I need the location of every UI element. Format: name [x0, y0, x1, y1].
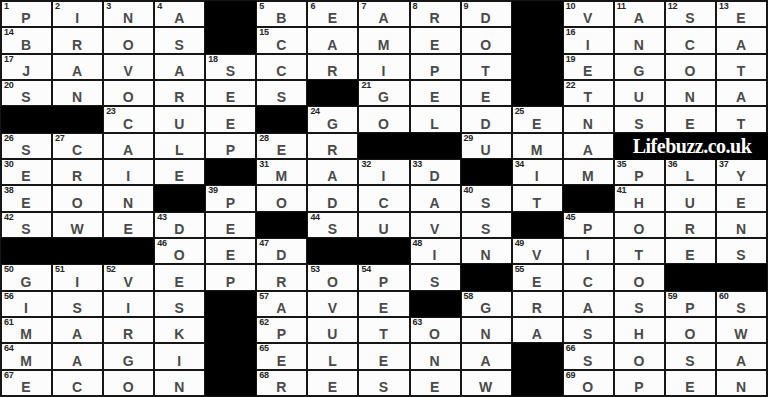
cell-r7c2[interactable]: R — [52, 159, 103, 185]
cell-r13c8[interactable]: T — [358, 317, 409, 343]
cell-letter: A — [513, 326, 562, 342]
cell-r3c8[interactable]: I — [358, 54, 409, 80]
cell-r5c12[interactable]: N — [563, 106, 614, 132]
cell-r10c6[interactable]: 47D — [256, 238, 307, 264]
cell-letter: T — [462, 63, 511, 79]
cell-letter: A — [615, 10, 664, 26]
cell-r4c15[interactable]: A — [716, 80, 767, 106]
cell-r4c13[interactable]: U — [614, 80, 665, 106]
cell-r14c10[interactable]: A — [461, 343, 512, 369]
cell-letter: S — [411, 274, 460, 290]
cell-r1c1[interactable]: 1P — [1, 1, 52, 27]
cell-letter: E — [308, 379, 357, 395]
cell-letter: A — [717, 89, 766, 105]
cell-letter: T — [359, 326, 408, 342]
cell-r5c8[interactable]: O — [358, 106, 409, 132]
cell-r10c12[interactable]: I — [563, 238, 614, 264]
cell-letter: O — [615, 353, 664, 369]
cell-r6c6[interactable]: 28E — [256, 133, 307, 159]
cell-r6c3[interactable]: A — [103, 133, 154, 159]
cell-letter: G — [615, 63, 664, 79]
cell-letter: T — [717, 116, 766, 132]
cell-letter: O — [53, 195, 102, 211]
cell-r12c10[interactable]: 58G — [461, 291, 512, 317]
cell-letter: I — [564, 37, 613, 53]
black-cell-r9c6 — [256, 212, 307, 238]
cell-r7c3[interactable]: I — [103, 159, 154, 185]
cell-r7c9[interactable]: 33D — [410, 159, 461, 185]
cell-r10c11[interactable]: 49V — [512, 238, 563, 264]
cell-r11c9[interactable]: S — [410, 264, 461, 290]
cell-r10c9[interactable]: 48I — [410, 238, 461, 264]
cell-r15c13[interactable]: P — [614, 370, 665, 396]
cell-r1c2[interactable]: 2I — [52, 1, 103, 27]
cell-r11c11[interactable]: 55E — [512, 264, 563, 290]
cell-letter: O — [104, 379, 153, 395]
cell-r7c13[interactable]: 35P — [614, 159, 665, 185]
cell-letter: T — [513, 195, 562, 211]
cell-r9c12[interactable]: 45P — [563, 212, 614, 238]
cell-r3c6[interactable]: C — [256, 54, 307, 80]
cell-r15c14[interactable]: E — [665, 370, 716, 396]
cell-letter: N — [717, 379, 766, 395]
cell-r3c1[interactable]: 17J — [1, 54, 52, 80]
cell-letter: W — [717, 326, 766, 342]
cell-r11c6[interactable]: R — [256, 264, 307, 290]
cell-letter: E — [666, 247, 715, 263]
cell-r15c3[interactable]: O — [103, 370, 154, 396]
cell-r14c6[interactable]: 65E — [256, 343, 307, 369]
cell-r3c15[interactable]: T — [716, 54, 767, 80]
cell-r6c5[interactable]: P — [205, 133, 256, 159]
cell-r1c8[interactable]: 7A — [358, 1, 409, 27]
cell-r14c12[interactable]: 66S — [563, 343, 614, 369]
cell-r1c4[interactable]: 4A — [154, 1, 205, 27]
cell-letter: A — [717, 353, 766, 369]
cell-letter: C — [257, 37, 306, 53]
cell-r9c13[interactable]: O — [614, 212, 665, 238]
black-cell-r11c14 — [665, 264, 716, 290]
cell-r11c2[interactable]: 51I — [52, 264, 103, 290]
cell-letter: E — [2, 168, 51, 184]
cell-letter: E — [206, 89, 255, 105]
cell-r11c7[interactable]: 53O — [307, 264, 358, 290]
cell-letter: M — [2, 353, 51, 369]
cell-letter: N — [104, 10, 153, 26]
cell-letter: E — [206, 116, 255, 132]
cell-r4c5[interactable]: E — [205, 80, 256, 106]
cell-r2c6[interactable]: 15C — [256, 27, 307, 53]
cell-r1c3[interactable]: 3N — [103, 1, 154, 27]
cell-r5c4[interactable]: U — [154, 106, 205, 132]
cell-r13c7[interactable]: U — [307, 317, 358, 343]
cell-r8c10[interactable]: 40S — [461, 185, 512, 211]
cell-r2c15[interactable]: A — [716, 27, 767, 53]
cell-r6c7[interactable]: R — [307, 133, 358, 159]
cell-r11c3[interactable]: 52V — [103, 264, 154, 290]
black-cell-r10c3 — [103, 238, 154, 264]
cell-letter: L — [666, 168, 715, 184]
cell-r15c4[interactable]: N — [154, 370, 205, 396]
cell-letter: O — [104, 89, 153, 105]
cell-r9c7[interactable]: 44S — [307, 212, 358, 238]
cell-letter: C — [104, 116, 153, 132]
cell-r11c12[interactable]: C — [563, 264, 614, 290]
cell-letter: A — [53, 353, 102, 369]
cell-r15c2[interactable]: C — [52, 370, 103, 396]
cell-letter: R — [257, 379, 306, 395]
cell-r8c6[interactable]: O — [256, 185, 307, 211]
cell-r5c11[interactable]: 25E — [512, 106, 563, 132]
cell-r11c4[interactable]: E — [154, 264, 205, 290]
cell-r4c12[interactable]: 22T — [563, 80, 614, 106]
cell-r3c14[interactable]: O — [665, 54, 716, 80]
cell-letter: S — [2, 221, 51, 237]
cell-r11c1[interactable]: 50G — [1, 264, 52, 290]
cell-letter: S — [717, 247, 766, 263]
cell-r5c15[interactable]: T — [716, 106, 767, 132]
black-cell-r5c6 — [256, 106, 307, 132]
cell-letter: L — [411, 116, 460, 132]
cell-r2c7[interactable]: A — [307, 27, 358, 53]
cell-r9c5[interactable]: E — [205, 212, 256, 238]
cell-letter: O — [257, 195, 306, 211]
cell-letter: N — [462, 326, 511, 342]
cell-r8c15[interactable]: E — [716, 185, 767, 211]
cell-letter: A — [359, 10, 408, 26]
cell-r10c15[interactable]: S — [716, 238, 767, 264]
cell-letter: V — [411, 221, 460, 237]
cell-r1c7[interactable]: 6E — [307, 1, 358, 27]
cell-letter: M — [359, 37, 408, 53]
black-cell-r10c2 — [52, 238, 103, 264]
cell-r14c15[interactable]: A — [716, 343, 767, 369]
cell-r12c8[interactable]: E — [358, 291, 409, 317]
cell-letter: N — [411, 353, 460, 369]
cell-letter: U — [615, 89, 664, 105]
cell-letter: E — [411, 37, 460, 53]
cell-r3c10[interactable]: T — [461, 54, 512, 80]
cell-letter: O — [104, 37, 153, 53]
cell-r2c14[interactable]: C — [665, 27, 716, 53]
cell-r13c1[interactable]: 61M — [1, 317, 52, 343]
cell-r8c7[interactable]: D — [307, 185, 358, 211]
cell-letter: E — [513, 274, 562, 290]
cell-r13c14[interactable]: O — [665, 317, 716, 343]
cell-letter: N — [615, 37, 664, 53]
cell-letter: E — [2, 195, 51, 211]
cell-r14c14[interactable]: S — [665, 343, 716, 369]
cell-r8c14[interactable]: U — [665, 185, 716, 211]
cell-r8c1[interactable]: 38E — [1, 185, 52, 211]
cell-letter: O — [564, 379, 613, 395]
cell-r4c9[interactable]: E — [410, 80, 461, 106]
cell-letter: A — [308, 37, 357, 53]
cell-r12c3[interactable]: I — [103, 291, 154, 317]
cell-letter: R — [513, 300, 562, 316]
cell-letter: I — [53, 274, 102, 290]
cell-r5c5[interactable]: E — [205, 106, 256, 132]
cell-r7c11[interactable]: 34I — [512, 159, 563, 185]
cell-r3c5[interactable]: 18S — [205, 54, 256, 80]
cell-r12c11[interactable]: R — [512, 291, 563, 317]
cell-r13c2[interactable]: A — [52, 317, 103, 343]
cell-r7c4[interactable]: E — [154, 159, 205, 185]
cell-r15c8[interactable]: S — [358, 370, 409, 396]
cell-r12c6[interactable]: 57A — [256, 291, 307, 317]
cell-r2c12[interactable]: 16I — [563, 27, 614, 53]
cell-r13c10[interactable]: N — [461, 317, 512, 343]
cell-r5c13[interactable]: S — [614, 106, 665, 132]
cell-r10c14[interactable]: E — [665, 238, 716, 264]
cell-r8c11[interactable]: T — [512, 185, 563, 211]
cell-letter: S — [257, 89, 306, 105]
black-cell-r13c5 — [205, 317, 256, 343]
cell-r12c13[interactable]: S — [614, 291, 665, 317]
black-cell-r8c4 — [154, 185, 205, 211]
cell-r3c9[interactable]: P — [410, 54, 461, 80]
cell-r8c13[interactable]: 41H — [614, 185, 665, 211]
cell-r4c8[interactable]: 21G — [358, 80, 409, 106]
cell-r14c1[interactable]: 64M — [1, 343, 52, 369]
cell-r3c4[interactable]: A — [154, 54, 205, 80]
cell-r13c4[interactable]: K — [154, 317, 205, 343]
cell-letter: W — [462, 379, 511, 395]
black-cell-r8c12 — [563, 185, 614, 211]
cell-r4c6[interactable]: S — [256, 80, 307, 106]
cell-letter: I — [53, 10, 102, 26]
cell-r7c6[interactable]: 31M — [256, 159, 307, 185]
cell-letter: B — [257, 10, 306, 26]
cell-r7c14[interactable]: 36L — [665, 159, 716, 185]
cell-letter: U — [308, 326, 357, 342]
cell-r9c8[interactable]: U — [358, 212, 409, 238]
cell-letter: E — [411, 89, 460, 105]
cell-r1c13[interactable]: 11A — [614, 1, 665, 27]
cell-letter: R — [666, 221, 715, 237]
cell-letter: I — [104, 300, 153, 316]
cell-letter: G — [462, 300, 511, 316]
cell-r12c4[interactable]: S — [154, 291, 205, 317]
cell-r6c10[interactable]: 29U — [461, 133, 512, 159]
cell-r1c6[interactable]: 5B — [256, 1, 307, 27]
cell-r9c10[interactable]: S — [461, 212, 512, 238]
cell-r4c1[interactable]: 20S — [1, 80, 52, 106]
cell-r13c15[interactable]: W — [716, 317, 767, 343]
cell-letter: G — [359, 89, 408, 105]
cell-r6c2[interactable]: 27C — [52, 133, 103, 159]
cell-letter: P — [615, 379, 664, 395]
cell-letter: I — [359, 63, 408, 79]
cell-letter: J — [2, 63, 51, 79]
cell-r6c11[interactable]: M — [512, 133, 563, 159]
cell-letter: V — [513, 247, 562, 263]
cell-r3c12[interactable]: 19E — [563, 54, 614, 80]
cell-r6c12[interactable]: A — [563, 133, 614, 159]
cell-r8c8[interactable]: C — [358, 185, 409, 211]
cell-r2c3[interactable]: O — [103, 27, 154, 53]
cell-r14c13[interactable]: O — [614, 343, 665, 369]
cell-letter: E — [462, 89, 511, 105]
cell-r6c4[interactable]: L — [154, 133, 205, 159]
cell-r13c3[interactable]: R — [103, 317, 154, 343]
cell-r10c5[interactable]: E — [205, 238, 256, 264]
cell-letter: A — [53, 63, 102, 79]
cell-letter: P — [206, 142, 255, 158]
cell-r7c15[interactable]: 37Y — [716, 159, 767, 185]
cell-r10c13[interactable]: T — [614, 238, 665, 264]
cell-r13c11[interactable]: A — [512, 317, 563, 343]
cell-letter: S — [717, 300, 766, 316]
cell-r7c7[interactable]: A — [307, 159, 358, 185]
cell-r2c8[interactable]: M — [358, 27, 409, 53]
cell-letter: R — [53, 168, 102, 184]
cell-r13c9[interactable]: 63O — [410, 317, 461, 343]
cell-letter: A — [717, 37, 766, 53]
cell-r12c14[interactable]: 59P — [665, 291, 716, 317]
cell-r2c4[interactable]: S — [154, 27, 205, 53]
cell-r1c14[interactable]: 12S — [665, 1, 716, 27]
cell-r5c9[interactable]: L — [410, 106, 461, 132]
cell-r14c4[interactable]: I — [154, 343, 205, 369]
cell-r1c12[interactable]: 10V — [563, 1, 614, 27]
cell-letter: A — [411, 195, 460, 211]
cell-letter: E — [666, 116, 715, 132]
cell-letter: V — [308, 300, 357, 316]
cell-r14c8[interactable]: E — [358, 343, 409, 369]
cell-letter: S — [206, 63, 255, 79]
cell-r13c12[interactable]: S — [563, 317, 614, 343]
cell-letter: P — [359, 274, 408, 290]
cell-r9c15[interactable]: N — [716, 212, 767, 238]
cell-r2c2[interactable]: R — [52, 27, 103, 53]
cell-r8c5[interactable]: 39P — [205, 185, 256, 211]
black-cell-r5c1 — [1, 106, 52, 132]
cell-r5c3[interactable]: 23C — [103, 106, 154, 132]
cell-r12c15[interactable]: 60S — [716, 291, 767, 317]
cell-r13c6[interactable]: 62P — [256, 317, 307, 343]
cell-r3c3[interactable]: V — [103, 54, 154, 80]
cell-letter: R — [257, 274, 306, 290]
cell-r1c15[interactable]: 13E — [716, 1, 767, 27]
cell-r2c10[interactable]: O — [461, 27, 512, 53]
cell-r12c2[interactable]: S — [52, 291, 103, 317]
cell-r9c3[interactable]: E — [103, 212, 154, 238]
cell-r15c6[interactable]: 68R — [256, 370, 307, 396]
cell-letter: U — [462, 142, 511, 158]
cell-r4c4[interactable]: R — [154, 80, 205, 106]
cell-r15c1[interactable]: 67E — [1, 370, 52, 396]
cell-r14c3[interactable]: G — [103, 343, 154, 369]
cell-r15c7[interactable]: E — [307, 370, 358, 396]
cell-letter: O — [462, 37, 511, 53]
cell-r5c10[interactable]: D — [461, 106, 512, 132]
cell-r15c12[interactable]: 69O — [563, 370, 614, 396]
cell-r3c2[interactable]: A — [52, 54, 103, 80]
cell-letter: O — [308, 274, 357, 290]
cell-r9c14[interactable]: R — [665, 212, 716, 238]
black-cell-r11c15 — [716, 264, 767, 290]
cell-letter: M — [2, 326, 51, 342]
cell-letter: D — [462, 10, 511, 26]
cell-r9c1[interactable]: 42S — [1, 212, 52, 238]
cell-r6c1[interactable]: 26S — [1, 133, 52, 159]
cell-letter: R — [308, 142, 357, 158]
cell-letter: S — [462, 221, 511, 237]
cell-r5c7[interactable]: 24G — [307, 106, 358, 132]
cell-letter: C — [666, 37, 715, 53]
cell-r4c3[interactable]: O — [103, 80, 154, 106]
cell-r8c9[interactable]: A — [410, 185, 461, 211]
cell-r1c9[interactable]: 8R — [410, 1, 461, 27]
cell-r14c9[interactable]: N — [410, 343, 461, 369]
cell-letter: A — [564, 142, 613, 158]
cell-r2c13[interactable]: N — [614, 27, 665, 53]
cell-letter: O — [666, 326, 715, 342]
cell-r11c13[interactable]: O — [614, 264, 665, 290]
cell-r14c7[interactable]: L — [307, 343, 358, 369]
cell-r3c7[interactable]: R — [307, 54, 358, 80]
cell-r14c2[interactable]: A — [52, 343, 103, 369]
cell-letter: O — [155, 247, 204, 263]
black-cell-r5c2 — [52, 106, 103, 132]
cell-r9c2[interactable]: W — [52, 212, 103, 238]
black-cell-r15c11 — [512, 370, 563, 396]
cell-r11c5[interactable]: P — [205, 264, 256, 290]
black-cell-r10c7 — [307, 238, 358, 264]
cell-letter: A — [257, 300, 306, 316]
cell-r9c4[interactable]: 43D — [154, 212, 205, 238]
cell-r15c10[interactable]: W — [461, 370, 512, 396]
black-cell-r14c5 — [205, 343, 256, 369]
cell-letter: E — [666, 379, 715, 395]
cell-r5c14[interactable]: E — [665, 106, 716, 132]
cell-r9c9[interactable]: V — [410, 212, 461, 238]
cell-r12c1[interactable]: 56I — [1, 291, 52, 317]
cell-r1c10[interactable]: 9D — [461, 1, 512, 27]
cell-letter: S — [53, 300, 102, 316]
cell-r4c10[interactable]: E — [461, 80, 512, 106]
cell-r4c14[interactable]: N — [665, 80, 716, 106]
cell-letter: S — [2, 142, 51, 158]
cell-r13c13[interactable]: H — [614, 317, 665, 343]
cell-r7c12[interactable]: M — [563, 159, 614, 185]
cell-letter: M — [513, 142, 562, 158]
cell-r11c8[interactable]: 54P — [358, 264, 409, 290]
cell-r15c9[interactable]: E — [410, 370, 461, 396]
cell-r10c4[interactable]: 46O — [154, 238, 205, 264]
cell-r2c1[interactable]: 14B — [1, 27, 52, 53]
cell-r15c15[interactable]: N — [716, 370, 767, 396]
cell-letter: C — [53, 142, 102, 158]
cell-r10c10[interactable]: N — [461, 238, 512, 264]
cell-r8c2[interactable]: O — [52, 185, 103, 211]
cell-r12c7[interactable]: V — [307, 291, 358, 317]
cell-letter: E — [206, 247, 255, 263]
cell-letter: U — [359, 221, 408, 237]
cell-r7c1[interactable]: 30E — [1, 159, 52, 185]
cell-letter: E — [717, 195, 766, 211]
cell-r2c9[interactable]: E — [410, 27, 461, 53]
cell-r8c3[interactable]: N — [103, 185, 154, 211]
cell-letter: A — [53, 326, 102, 342]
black-cell-r12c5 — [205, 291, 256, 317]
cell-r7c8[interactable]: 32I — [358, 159, 409, 185]
cell-r12c12[interactable]: A — [563, 291, 614, 317]
cell-r3c13[interactable]: G — [614, 54, 665, 80]
cell-letter: E — [257, 353, 306, 369]
cell-r4c2[interactable]: N — [52, 80, 103, 106]
